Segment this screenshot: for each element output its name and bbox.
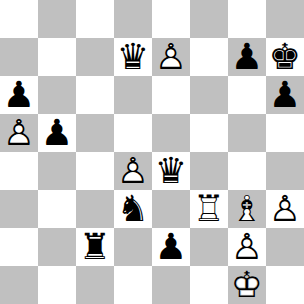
- square-d2[interactable]: [114, 228, 152, 266]
- piece-black-pawn[interactable]: ♟: [0, 76, 38, 114]
- square-d3[interactable]: ♞: [114, 190, 152, 228]
- square-d6[interactable]: [114, 76, 152, 114]
- square-b4[interactable]: [38, 152, 76, 190]
- square-c3[interactable]: [76, 190, 114, 228]
- piece-black-queen[interactable]: ♛: [152, 152, 190, 190]
- square-e5[interactable]: [152, 114, 190, 152]
- piece-black-knight[interactable]: ♞: [114, 190, 152, 228]
- piece-glyph: ♚: [266, 38, 304, 76]
- square-h2[interactable]: [266, 228, 304, 266]
- piece-white-bishop[interactable]: ♝♗: [228, 190, 266, 228]
- piece-outline: ♗: [228, 190, 266, 228]
- chess-board: ♛♟♙♟♚♟♟♟♙♟♟♙♛♞♜♖♝♗♟♙♜♟♟♙♚♔: [0, 0, 304, 304]
- square-f6[interactable]: [190, 76, 228, 114]
- square-f3[interactable]: ♜♖: [190, 190, 228, 228]
- square-g8[interactable]: [228, 0, 266, 38]
- square-e8[interactable]: [152, 0, 190, 38]
- square-a5[interactable]: ♟♙: [0, 114, 38, 152]
- square-b3[interactable]: [38, 190, 76, 228]
- piece-glyph: ♟: [152, 228, 190, 266]
- square-h8[interactable]: [266, 0, 304, 38]
- square-b5[interactable]: ♟: [38, 114, 76, 152]
- piece-glyph: ♛: [152, 152, 190, 190]
- square-a8[interactable]: [0, 0, 38, 38]
- square-e1[interactable]: [152, 266, 190, 304]
- square-c6[interactable]: [76, 76, 114, 114]
- piece-outline: ♙: [266, 190, 304, 228]
- square-d5[interactable]: [114, 114, 152, 152]
- square-a2[interactable]: [0, 228, 38, 266]
- piece-white-pawn[interactable]: ♟♙: [266, 190, 304, 228]
- square-e4[interactable]: ♛: [152, 152, 190, 190]
- piece-glyph: ♟: [266, 76, 304, 114]
- piece-outline: ♔: [228, 266, 266, 304]
- square-d7[interactable]: ♛: [114, 38, 152, 76]
- square-e6[interactable]: [152, 76, 190, 114]
- square-e2[interactable]: ♟: [152, 228, 190, 266]
- piece-white-pawn[interactable]: ♟♙: [228, 228, 266, 266]
- piece-outline: ♖: [190, 190, 228, 228]
- square-g5[interactable]: [228, 114, 266, 152]
- piece-black-pawn[interactable]: ♟: [228, 38, 266, 76]
- square-g7[interactable]: ♟: [228, 38, 266, 76]
- square-a1[interactable]: [0, 266, 38, 304]
- square-g6[interactable]: [228, 76, 266, 114]
- square-f5[interactable]: [190, 114, 228, 152]
- square-c5[interactable]: [76, 114, 114, 152]
- square-a3[interactable]: [0, 190, 38, 228]
- square-h6[interactable]: ♟: [266, 76, 304, 114]
- piece-black-pawn[interactable]: ♟: [152, 228, 190, 266]
- square-f7[interactable]: [190, 38, 228, 76]
- square-b6[interactable]: [38, 76, 76, 114]
- square-f4[interactable]: [190, 152, 228, 190]
- square-c4[interactable]: [76, 152, 114, 190]
- piece-glyph: ♟: [228, 38, 266, 76]
- square-g2[interactable]: ♟♙: [228, 228, 266, 266]
- piece-outline: ♙: [0, 114, 38, 152]
- square-h4[interactable]: [266, 152, 304, 190]
- square-f1[interactable]: [190, 266, 228, 304]
- square-b7[interactable]: [38, 38, 76, 76]
- square-c8[interactable]: [76, 0, 114, 38]
- square-a7[interactable]: [0, 38, 38, 76]
- piece-black-pawn[interactable]: ♟: [266, 76, 304, 114]
- piece-white-rook[interactable]: ♜♖: [190, 190, 228, 228]
- square-g4[interactable]: [228, 152, 266, 190]
- piece-outline: ♙: [228, 228, 266, 266]
- square-d4[interactable]: ♟♙: [114, 152, 152, 190]
- piece-white-king[interactable]: ♚♔: [228, 266, 266, 304]
- piece-outline: ♙: [152, 38, 190, 76]
- square-c7[interactable]: [76, 38, 114, 76]
- piece-black-king[interactable]: ♚: [266, 38, 304, 76]
- square-d1[interactable]: [114, 266, 152, 304]
- square-h7[interactable]: ♚: [266, 38, 304, 76]
- square-a4[interactable]: [0, 152, 38, 190]
- square-g3[interactable]: ♝♗: [228, 190, 266, 228]
- square-f2[interactable]: [190, 228, 228, 266]
- piece-glyph: ♞: [114, 190, 152, 228]
- square-e7[interactable]: ♟♙: [152, 38, 190, 76]
- square-e3[interactable]: [152, 190, 190, 228]
- square-f8[interactable]: [190, 0, 228, 38]
- piece-white-pawn[interactable]: ♟♙: [152, 38, 190, 76]
- square-c2[interactable]: ♜: [76, 228, 114, 266]
- square-b1[interactable]: [38, 266, 76, 304]
- piece-black-queen[interactable]: ♛: [114, 38, 152, 76]
- piece-white-pawn[interactable]: ♟♙: [114, 152, 152, 190]
- square-a6[interactable]: ♟: [0, 76, 38, 114]
- square-g1[interactable]: ♚♔: [228, 266, 266, 304]
- square-c1[interactable]: [76, 266, 114, 304]
- piece-white-pawn[interactable]: ♟♙: [0, 114, 38, 152]
- piece-glyph: ♛: [114, 38, 152, 76]
- piece-glyph: ♟: [0, 76, 38, 114]
- piece-glyph: ♟: [38, 114, 76, 152]
- square-b2[interactable]: [38, 228, 76, 266]
- square-d8[interactable]: [114, 0, 152, 38]
- piece-black-pawn[interactable]: ♟: [38, 114, 76, 152]
- square-h5[interactable]: [266, 114, 304, 152]
- square-h3[interactable]: ♟♙: [266, 190, 304, 228]
- square-h1[interactable]: [266, 266, 304, 304]
- square-b8[interactable]: [38, 0, 76, 38]
- piece-outline: ♙: [114, 152, 152, 190]
- piece-glyph: ♜: [76, 228, 114, 266]
- piece-black-rook[interactable]: ♜: [76, 228, 114, 266]
